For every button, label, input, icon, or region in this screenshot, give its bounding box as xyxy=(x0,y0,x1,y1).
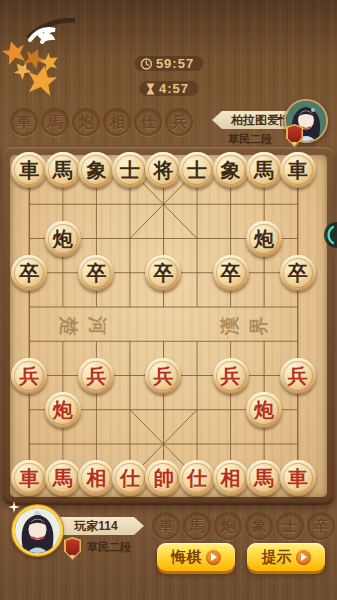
board-piece-red[interactable]: 炮 xyxy=(246,392,282,428)
board-piece-black[interactable]: 卒 xyxy=(145,255,181,291)
captured-piece-slot: 相 xyxy=(103,108,131,136)
board-piece-black[interactable]: 士 xyxy=(112,152,148,188)
total-timer-value: 59:57 xyxy=(156,56,194,71)
piece-character: 兵 xyxy=(19,366,39,386)
piece-character: 馬 xyxy=(254,468,274,488)
board-piece-black[interactable]: 車 xyxy=(11,152,47,188)
board-piece-black[interactable]: 卒 xyxy=(78,255,114,291)
autumn-leaves-decoration xyxy=(0,18,78,98)
board-piece-black[interactable]: 象 xyxy=(213,152,249,188)
piece-character: 馬 xyxy=(254,160,274,180)
piece-character: 相 xyxy=(221,468,241,488)
board-piece-black[interactable]: 馬 xyxy=(45,152,81,188)
board-piece-red[interactable]: 炮 xyxy=(45,392,81,428)
piece-character: 仕 xyxy=(187,468,207,488)
captured-piece-slot: 仕 xyxy=(134,108,162,136)
board-piece-red[interactable]: 兵 xyxy=(11,358,47,394)
board-piece-red[interactable]: 兵 xyxy=(280,358,316,394)
piece-character: 卒 xyxy=(19,263,39,283)
piece-character: 象 xyxy=(86,160,106,180)
piece-character: 炮 xyxy=(254,229,274,249)
piece-character: 車 xyxy=(19,160,39,180)
captured-piece-slot: 馬 xyxy=(183,512,211,540)
captured-piece-slot: 炮 xyxy=(214,512,242,540)
board-piece-black[interactable]: 炮 xyxy=(246,221,282,257)
board-piece-red[interactable]: 馬 xyxy=(45,460,81,496)
piece-character: 仕 xyxy=(120,468,140,488)
move-timer-value: 4:57 xyxy=(159,81,189,96)
captured-piece-slot: 士 xyxy=(276,512,304,540)
piece-character: 炮 xyxy=(254,400,274,420)
undo-button-label: 悔棋 xyxy=(172,548,202,567)
board-piece-red[interactable]: 車 xyxy=(280,460,316,496)
captured-piece-slot: 車 xyxy=(10,108,38,136)
captured-piece-slot: 卒 xyxy=(307,512,335,540)
piece-character: 炮 xyxy=(53,400,73,420)
board-piece-black[interactable]: 卒 xyxy=(280,255,316,291)
player-rank: 草民二段 xyxy=(87,540,131,555)
piece-character: 士 xyxy=(120,160,140,180)
piece-character: 相 xyxy=(86,468,106,488)
piece-character: 車 xyxy=(19,468,39,488)
board-piece-black[interactable]: 象 xyxy=(78,152,114,188)
piece-character: 馬 xyxy=(53,468,73,488)
captured-piece-slot: 馬 xyxy=(41,108,69,136)
board-piece-red[interactable]: 仕 xyxy=(179,460,215,496)
play-icon xyxy=(206,550,221,565)
board-piece-red[interactable]: 相 xyxy=(78,460,114,496)
board-piece-black[interactable]: 馬 xyxy=(246,152,282,188)
piece-character: 士 xyxy=(187,160,207,180)
board-piece-red[interactable]: 兵 xyxy=(145,358,181,394)
board-piece-black[interactable]: 将 xyxy=(145,152,181,188)
board-piece-red[interactable]: 兵 xyxy=(213,358,249,394)
captured-piece-slot: 象 xyxy=(245,512,273,540)
hint-button[interactable]: 提示 xyxy=(247,543,325,571)
opponent-rank: 草民二段 xyxy=(228,132,272,147)
drawer-arrow-icon xyxy=(324,222,337,248)
captured-piece-slot: 兵 xyxy=(165,108,193,136)
undo-button[interactable]: 悔棋 xyxy=(157,543,235,571)
piece-character: 将 xyxy=(153,160,173,180)
piece-character: 帥 xyxy=(153,468,173,488)
opponent-captured-tray: 車馬炮相仕兵 xyxy=(10,108,193,136)
board-piece-red[interactable]: 馬 xyxy=(246,460,282,496)
board-pieces: 車馬象士将士象馬車炮炮卒卒卒卒卒兵兵兵兵兵炮炮車馬相仕帥仕相馬車 xyxy=(13,153,315,496)
play-icon xyxy=(296,550,311,565)
piece-character: 馬 xyxy=(53,160,73,180)
board-piece-red[interactable]: 仕 xyxy=(112,460,148,496)
board-piece-black[interactable]: 卒 xyxy=(11,255,47,291)
captured-piece-slot: 炮 xyxy=(72,108,100,136)
board-piece-red[interactable]: 相 xyxy=(213,460,249,496)
game-screen: 59:57 4:57 車馬炮相仕兵 柏拉图爱情 草民二段 草民 楚河 漢界 xyxy=(0,0,337,600)
board-piece-red[interactable]: 帥 xyxy=(145,460,181,496)
piece-character: 車 xyxy=(288,468,308,488)
total-timer: 59:57 xyxy=(133,55,204,72)
board-piece-black[interactable]: 卒 xyxy=(213,255,249,291)
piece-character: 兵 xyxy=(86,366,106,386)
move-timer: 4:57 xyxy=(138,80,199,97)
sparkle-icon xyxy=(8,501,20,513)
piece-character: 兵 xyxy=(153,366,173,386)
hint-button-label: 提示 xyxy=(262,548,292,567)
board-surface[interactable]: 楚河 漢界 車馬象士将士象馬車炮炮卒卒卒卒卒兵兵兵兵兵炮炮車馬相仕帥仕相馬車 xyxy=(10,155,327,497)
piece-character: 炮 xyxy=(53,229,73,249)
piece-character: 兵 xyxy=(221,366,241,386)
player-rank-badge: 草民 xyxy=(64,537,81,560)
player-name-ribbon: 玩家114 xyxy=(58,517,144,535)
piece-character: 卒 xyxy=(221,263,241,283)
piece-character: 卒 xyxy=(288,263,308,283)
piece-character: 象 xyxy=(221,160,241,180)
opponent-name: 柏拉图爱情 xyxy=(231,112,291,129)
board-piece-black[interactable]: 車 xyxy=(280,152,316,188)
clock-icon xyxy=(140,58,152,70)
board-piece-red[interactable]: 車 xyxy=(11,460,47,496)
xiangqi-board: 楚河 漢界 車馬象士将士象馬車炮炮卒卒卒卒卒兵兵兵兵兵炮炮車馬相仕帥仕相馬車 xyxy=(2,147,335,505)
piece-character: 車 xyxy=(288,160,308,180)
board-piece-black[interactable]: 炮 xyxy=(45,221,81,257)
hourglass-icon xyxy=(145,83,155,95)
piece-character: 卒 xyxy=(153,263,173,283)
board-piece-red[interactable]: 兵 xyxy=(78,358,114,394)
player-name: 玩家114 xyxy=(74,518,117,535)
side-drawer-handle[interactable] xyxy=(324,222,337,248)
opponent-rank-badge: 草民 xyxy=(286,124,303,147)
piece-character: 卒 xyxy=(86,263,106,283)
board-piece-black[interactable]: 士 xyxy=(179,152,215,188)
captured-piece-slot: 車 xyxy=(152,512,180,540)
piece-character: 兵 xyxy=(288,366,308,386)
player-captured-tray: 車馬炮象士卒 xyxy=(152,512,335,540)
